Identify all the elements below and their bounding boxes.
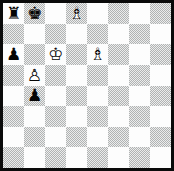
square-e1[interactable]: [87, 147, 108, 168]
black-pawn-a6[interactable]: ♟: [3, 44, 24, 65]
square-f8[interactable]: [108, 3, 129, 24]
piece-glyph: ♗: [66, 3, 87, 24]
black-pawn-b4[interactable]: ♟: [24, 86, 45, 107]
square-g2[interactable]: [129, 127, 150, 148]
square-d7[interactable]: [66, 24, 87, 45]
chess-diagram: ♜♚♝♗♟♚♔♝♗♟♙♟: [0, 0, 174, 171]
square-b1[interactable]: [24, 147, 45, 168]
square-c7[interactable]: [45, 24, 66, 45]
square-f6[interactable]: [108, 44, 129, 65]
square-d6[interactable]: [66, 44, 87, 65]
square-b8[interactable]: ♚: [24, 3, 45, 24]
square-e2[interactable]: [87, 127, 108, 148]
piece-glyph: ♔: [45, 44, 66, 65]
square-f3[interactable]: [108, 106, 129, 127]
square-f4[interactable]: [108, 86, 129, 107]
piece-glyph: ♟: [3, 44, 24, 65]
square-h6[interactable]: [150, 44, 171, 65]
square-d5[interactable]: [66, 65, 87, 86]
square-e4[interactable]: [87, 86, 108, 107]
square-e3[interactable]: [87, 106, 108, 127]
square-b6[interactable]: [24, 44, 45, 65]
square-b3[interactable]: [24, 106, 45, 127]
piece-glyph: ♟: [24, 86, 45, 107]
square-d2[interactable]: [66, 127, 87, 148]
square-c1[interactable]: [45, 147, 66, 168]
square-e8[interactable]: [87, 3, 108, 24]
square-c2[interactable]: [45, 127, 66, 148]
square-g4[interactable]: [129, 86, 150, 107]
square-a2[interactable]: [3, 127, 24, 148]
square-d8[interactable]: ♝♗: [66, 3, 87, 24]
square-g8[interactable]: [129, 3, 150, 24]
square-a6[interactable]: ♟: [3, 44, 24, 65]
square-h1[interactable]: [150, 147, 171, 168]
square-a7[interactable]: [3, 24, 24, 45]
white-bishop-e6[interactable]: ♝♗: [87, 44, 108, 65]
square-e5[interactable]: [87, 65, 108, 86]
square-h8[interactable]: [150, 3, 171, 24]
square-c6[interactable]: ♚♔: [45, 44, 66, 65]
square-h7[interactable]: [150, 24, 171, 45]
square-e6[interactable]: ♝♗: [87, 44, 108, 65]
square-f2[interactable]: [108, 127, 129, 148]
square-a5[interactable]: [3, 65, 24, 86]
black-king-b8[interactable]: ♚: [24, 3, 45, 24]
square-a3[interactable]: [3, 106, 24, 127]
square-c4[interactable]: [45, 86, 66, 107]
square-d4[interactable]: [66, 86, 87, 107]
square-f7[interactable]: [108, 24, 129, 45]
square-b2[interactable]: [24, 127, 45, 148]
square-g7[interactable]: [129, 24, 150, 45]
white-king-c6[interactable]: ♚♔: [45, 44, 66, 65]
chess-board: ♜♚♝♗♟♚♔♝♗♟♙♟: [0, 0, 174, 171]
square-h5[interactable]: [150, 65, 171, 86]
square-d3[interactable]: [66, 106, 87, 127]
piece-glyph: ♗: [87, 44, 108, 65]
square-b5[interactable]: ♟♙: [24, 65, 45, 86]
square-f5[interactable]: [108, 65, 129, 86]
square-b7[interactable]: [24, 24, 45, 45]
square-f1[interactable]: [108, 147, 129, 168]
square-g6[interactable]: [129, 44, 150, 65]
white-pawn-b5[interactable]: ♟♙: [24, 65, 45, 86]
piece-glyph: ♚: [24, 3, 45, 24]
square-c5[interactable]: [45, 65, 66, 86]
square-d1[interactable]: [66, 147, 87, 168]
piece-glyph: ♙: [24, 65, 45, 86]
square-a4[interactable]: [3, 86, 24, 107]
square-a1[interactable]: [3, 147, 24, 168]
square-b4[interactable]: ♟: [24, 86, 45, 107]
square-h4[interactable]: [150, 86, 171, 107]
square-c8[interactable]: [45, 3, 66, 24]
square-g1[interactable]: [129, 147, 150, 168]
white-bishop-d8[interactable]: ♝♗: [66, 3, 87, 24]
square-e7[interactable]: [87, 24, 108, 45]
piece-glyph: ♜: [3, 3, 24, 24]
square-g5[interactable]: [129, 65, 150, 86]
square-c3[interactable]: [45, 106, 66, 127]
square-h3[interactable]: [150, 106, 171, 127]
square-h2[interactable]: [150, 127, 171, 148]
square-g3[interactable]: [129, 106, 150, 127]
square-a8[interactable]: ♜: [3, 3, 24, 24]
black-rook-a8[interactable]: ♜: [3, 3, 24, 24]
